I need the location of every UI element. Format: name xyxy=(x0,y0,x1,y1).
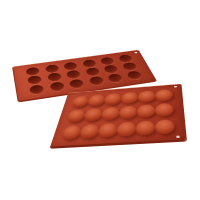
mold-cavity xyxy=(107,73,123,83)
mold-cavity xyxy=(122,62,138,71)
mold-bump xyxy=(155,103,174,117)
mold-cavity xyxy=(29,84,44,95)
hanging-hole xyxy=(176,136,180,139)
mold-cavity xyxy=(49,82,65,92)
mold-bump xyxy=(120,92,138,105)
mold-cavity xyxy=(126,71,143,81)
mold-cavity xyxy=(82,59,97,68)
mold-cavity xyxy=(27,75,42,85)
mold-bump xyxy=(100,107,120,121)
mold-cavity xyxy=(66,70,81,80)
mold-cavity xyxy=(103,65,119,74)
mold-bump xyxy=(103,93,121,106)
mold-cavity xyxy=(63,62,78,71)
mold-bump xyxy=(136,104,155,118)
mold-bump xyxy=(116,121,136,136)
mold-bump xyxy=(70,95,89,108)
mold-cavity xyxy=(47,73,62,83)
mold-bump xyxy=(87,94,106,107)
silicone-mold-bump-side xyxy=(49,84,187,149)
mold-bump xyxy=(83,108,103,122)
mold-bump xyxy=(155,89,173,102)
mold-cavity xyxy=(88,76,104,86)
mold-cavity xyxy=(69,79,85,89)
hanging-hole xyxy=(134,52,138,54)
product-photo xyxy=(0,0,200,200)
mold-cavity xyxy=(85,67,101,76)
mold-bump xyxy=(118,106,137,120)
bump-grid xyxy=(60,88,175,142)
mold-bump xyxy=(66,109,86,123)
mold-cavity xyxy=(45,64,60,73)
mold-bump xyxy=(135,120,155,135)
mold-cavity xyxy=(100,57,115,66)
mold-bump xyxy=(138,90,156,103)
mold-cavity xyxy=(118,54,134,63)
mold-sheet xyxy=(49,84,187,149)
mold-bump xyxy=(155,119,175,135)
mold-bump xyxy=(79,124,100,139)
mold-cavity xyxy=(26,67,41,76)
mold-bump xyxy=(60,125,82,140)
hanging-hole xyxy=(174,86,177,88)
mold-bump xyxy=(97,123,118,138)
